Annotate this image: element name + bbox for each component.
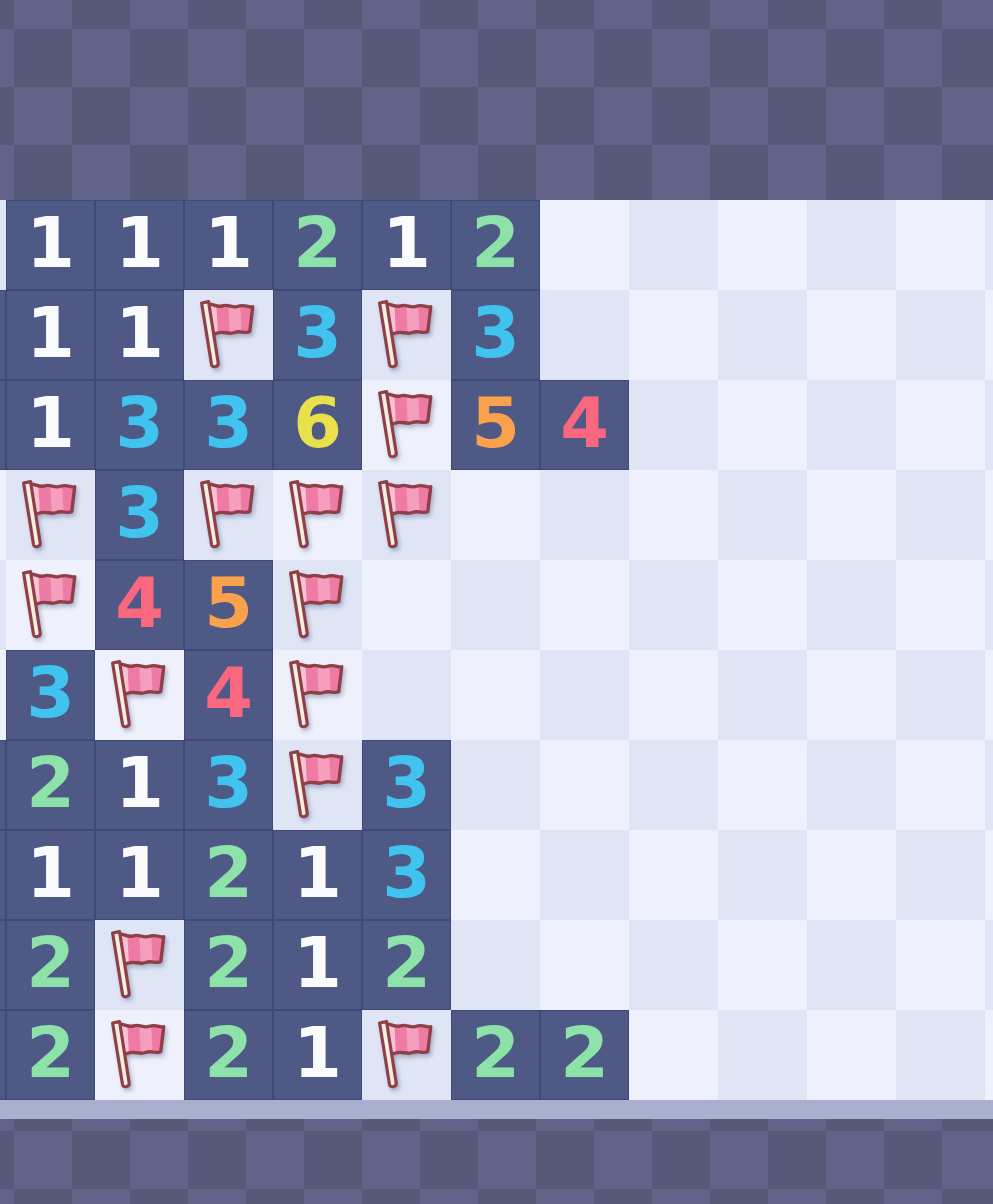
- cell-r1-c4[interactable]: 2: [273, 200, 362, 290]
- cell-count: 1: [204, 208, 253, 282]
- cell-r8-c11[interactable]: [896, 830, 985, 920]
- cell-r9-c3[interactable]: 2: [184, 920, 273, 1010]
- cell-count: 2: [204, 928, 253, 1002]
- cell-r5-c12[interactable]: [985, 560, 993, 650]
- cell-r6-c10[interactable]: [807, 650, 896, 740]
- cell-r4-c10[interactable]: [807, 470, 896, 560]
- cell-r4-c4[interactable]: [273, 470, 362, 560]
- cell-r3-c11[interactable]: [896, 380, 985, 470]
- cell-r8-c4[interactable]: 1: [273, 830, 362, 920]
- cell-r10-c5[interactable]: [362, 1010, 451, 1100]
- board: 111212113313365434534213311213221222122: [0, 200, 993, 1100]
- cell-count: 1: [115, 838, 164, 912]
- cell-count: 1: [293, 1018, 342, 1092]
- flag-icon: [6, 560, 95, 650]
- cell-r1-c6[interactable]: 2: [451, 200, 540, 290]
- cell-r10-c6[interactable]: 2: [451, 1010, 540, 1100]
- cell-r2-c7[interactable]: [540, 290, 629, 380]
- cell-r10-c12[interactable]: [985, 1010, 993, 1100]
- cell-count: 1: [26, 298, 75, 372]
- cell-r3-c3[interactable]: 3: [184, 380, 273, 470]
- cell-r8-c2[interactable]: 1: [95, 830, 184, 920]
- cell-count: 2: [471, 1018, 520, 1092]
- cell-r2-c5[interactable]: [362, 290, 451, 380]
- cell-r6-c6[interactable]: [451, 650, 540, 740]
- cell-r4-c1[interactable]: [6, 470, 95, 560]
- cell-r7-c3[interactable]: 3: [184, 740, 273, 830]
- flag-icon: [273, 740, 362, 830]
- cell-r2-c6[interactable]: 3: [451, 290, 540, 380]
- cell-count: 2: [471, 208, 520, 282]
- cell-r10-c8[interactable]: [629, 1010, 718, 1100]
- flag-icon: [95, 1010, 184, 1100]
- cell-r5-c9[interactable]: [718, 560, 807, 650]
- cell-r6-c1[interactable]: 3: [6, 650, 95, 740]
- cell-r9-c1[interactable]: 2: [6, 920, 95, 1010]
- cell-count: 5: [471, 388, 520, 462]
- cell-r7-c4[interactable]: [273, 740, 362, 830]
- cell-r4-c6[interactable]: [451, 470, 540, 560]
- cell-r6-c7[interactable]: [540, 650, 629, 740]
- cell-r4-c11[interactable]: [896, 470, 985, 560]
- cell-r10-c11[interactable]: [896, 1010, 985, 1100]
- cell-r8-c3[interactable]: 2: [184, 830, 273, 920]
- cell-count: 2: [204, 838, 253, 912]
- cell-count: 3: [115, 388, 164, 462]
- cell-count: 3: [382, 748, 431, 822]
- cell-count: 2: [293, 208, 342, 282]
- cell-r5-c5[interactable]: [362, 560, 451, 650]
- cell-r3-c7[interactable]: 4: [540, 380, 629, 470]
- cell-count: 2: [26, 748, 75, 822]
- cell-r8-c1[interactable]: 1: [6, 830, 95, 920]
- cell-r9-c4[interactable]: 1: [273, 920, 362, 1010]
- cell-r8-c9[interactable]: [718, 830, 807, 920]
- cell-r9-c7[interactable]: [540, 920, 629, 1010]
- cell-r3-c10[interactable]: [807, 380, 896, 470]
- cell-r7-c12[interactable]: [985, 740, 993, 830]
- cell-count: 3: [471, 298, 520, 372]
- cell-r2-c3[interactable]: [184, 290, 273, 380]
- cell-r7-c7[interactable]: [540, 740, 629, 830]
- flag-icon: [362, 1010, 451, 1100]
- cell-r9-c8[interactable]: [629, 920, 718, 1010]
- cell-count: 2: [204, 1018, 253, 1092]
- cell-r10-c2[interactable]: [95, 1010, 184, 1100]
- cell-r3-c5[interactable]: [362, 380, 451, 470]
- cell-r5-c1[interactable]: [6, 560, 95, 650]
- cell-count: 4: [560, 388, 609, 462]
- cell-count: 5: [204, 568, 253, 642]
- cell-count: 1: [115, 298, 164, 372]
- board-bottom-edge: [0, 1100, 993, 1119]
- cell-count: 3: [293, 298, 342, 372]
- cell-count: 2: [560, 1018, 609, 1092]
- cell-r3-c9[interactable]: [718, 380, 807, 470]
- cell-r7-c1[interactable]: 2: [6, 740, 95, 830]
- cell-r1-c9[interactable]: [718, 200, 807, 290]
- cell-r1-c1[interactable]: 1: [6, 200, 95, 290]
- flag-icon: [273, 560, 362, 650]
- cell-count: 1: [115, 748, 164, 822]
- cell-r6-c4[interactable]: [273, 650, 362, 740]
- cell-r1-c7[interactable]: [540, 200, 629, 290]
- cell-count: 4: [115, 568, 164, 642]
- cell-r10-c3[interactable]: 2: [184, 1010, 273, 1100]
- cell-r7-c8[interactable]: [629, 740, 718, 830]
- cell-count: 2: [382, 928, 431, 1002]
- cell-r9-c6[interactable]: [451, 920, 540, 1010]
- cell-count: 2: [26, 1018, 75, 1092]
- cell-r2-c12[interactable]: [985, 290, 993, 380]
- cell-count: 1: [293, 838, 342, 912]
- cell-r6-c9[interactable]: [718, 650, 807, 740]
- cell-r7-c5[interactable]: 3: [362, 740, 451, 830]
- cell-r1-c5[interactable]: 1: [362, 200, 451, 290]
- cell-r7-c10[interactable]: [807, 740, 896, 830]
- cell-r7-c6[interactable]: [451, 740, 540, 830]
- cell-r2-c4[interactable]: 3: [273, 290, 362, 380]
- cell-r1-c3[interactable]: 1: [184, 200, 273, 290]
- cell-r2-c11[interactable]: [896, 290, 985, 380]
- cell-r5-c2[interactable]: 4: [95, 560, 184, 650]
- cell-r5-c3[interactable]: 5: [184, 560, 273, 650]
- cell-r4-c9[interactable]: [718, 470, 807, 560]
- cell-r1-c10[interactable]: [807, 200, 896, 290]
- cell-r4-c12[interactable]: [985, 470, 993, 560]
- cell-r1-c11[interactable]: [896, 200, 985, 290]
- cell-count: 3: [382, 838, 431, 912]
- flag-icon: [95, 650, 184, 740]
- cell-count: 1: [26, 388, 75, 462]
- cell-r2-c2[interactable]: 1: [95, 290, 184, 380]
- flag-icon: [273, 650, 362, 740]
- cell-r6-c11[interactable]: [896, 650, 985, 740]
- cell-r6-c3[interactable]: 4: [184, 650, 273, 740]
- cell-r3-c2[interactable]: 3: [95, 380, 184, 470]
- cell-r10-c10[interactable]: [807, 1010, 896, 1100]
- cell-r7-c9[interactable]: [718, 740, 807, 830]
- flag-icon: [6, 470, 95, 560]
- cell-r5-c11[interactable]: [896, 560, 985, 650]
- cell-r3-c12[interactable]: [985, 380, 993, 470]
- cell-r10-c1[interactable]: 2: [6, 1010, 95, 1100]
- cell-r4-c8[interactable]: [629, 470, 718, 560]
- cell-r8-c7[interactable]: [540, 830, 629, 920]
- cell-r8-c8[interactable]: [629, 830, 718, 920]
- cell-count: 3: [204, 748, 253, 822]
- cell-r6-c5[interactable]: [362, 650, 451, 740]
- cell-r9-c11[interactable]: [896, 920, 985, 1010]
- cell-r3-c8[interactable]: [629, 380, 718, 470]
- flag-icon: [273, 470, 362, 560]
- cell-r2-c1[interactable]: 1: [6, 290, 95, 380]
- cell-r3-c6[interactable]: 5: [451, 380, 540, 470]
- cell-r9-c5[interactable]: 2: [362, 920, 451, 1010]
- cell-r3-c1[interactable]: 1: [6, 380, 95, 470]
- flag-icon: [362, 470, 451, 560]
- cell-count: 1: [382, 208, 431, 282]
- cell-r8-c6[interactable]: [451, 830, 540, 920]
- cell-r6-c12[interactable]: [985, 650, 993, 740]
- cell-count: 1: [26, 208, 75, 282]
- cell-r6-c8[interactable]: [629, 650, 718, 740]
- cell-count: 1: [26, 838, 75, 912]
- flag-icon: [362, 290, 451, 380]
- cell-r5-c10[interactable]: [807, 560, 896, 650]
- cell-count: 3: [26, 658, 75, 732]
- cell-r9-c2[interactable]: [95, 920, 184, 1010]
- cell-r9-c10[interactable]: [807, 920, 896, 1010]
- cell-r4-c3[interactable]: [184, 470, 273, 560]
- flag-icon: [184, 470, 273, 560]
- minesweeper-screen: { "game": "Minesweeper", "position": { "…: [0, 0, 993, 1204]
- cell-r1-c8[interactable]: [629, 200, 718, 290]
- flag-icon: [184, 290, 273, 380]
- cell-r4-c5[interactable]: [362, 470, 451, 560]
- cell-count: 1: [115, 208, 164, 282]
- cell-count: 4: [204, 658, 253, 732]
- cell-r6-c2[interactable]: [95, 650, 184, 740]
- cell-r9-c12[interactable]: [985, 920, 993, 1010]
- cell-r7-c2[interactable]: 1: [95, 740, 184, 830]
- cell-r2-c8[interactable]: [629, 290, 718, 380]
- cell-r2-c9[interactable]: [718, 290, 807, 380]
- cell-r1-c2[interactable]: 1: [95, 200, 184, 290]
- cell-count: 6: [293, 388, 342, 462]
- cell-r10-c9[interactable]: [718, 1010, 807, 1100]
- cell-r3-c4[interactable]: 6: [273, 380, 362, 470]
- flag-icon: [95, 920, 184, 1010]
- cell-r8-c5[interactable]: 3: [362, 830, 451, 920]
- cell-r2-c10[interactable]: [807, 290, 896, 380]
- cell-count: 1: [293, 928, 342, 1002]
- cell-r5-c4[interactable]: [273, 560, 362, 650]
- cell-count: 2: [26, 928, 75, 1002]
- cell-r8-c12[interactable]: [985, 830, 993, 920]
- cell-r7-c11[interactable]: [896, 740, 985, 830]
- cell-count: 3: [204, 388, 253, 462]
- cell-r1-c12[interactable]: [985, 200, 993, 290]
- cell-count: 3: [115, 478, 164, 552]
- cell-r5-c7[interactable]: [540, 560, 629, 650]
- flag-icon: [362, 380, 451, 470]
- cell-r8-c10[interactable]: [807, 830, 896, 920]
- cell-r9-c9[interactable]: [718, 920, 807, 1010]
- cell-r5-c8[interactable]: [629, 560, 718, 650]
- cell-r10-c7[interactable]: 2: [540, 1010, 629, 1100]
- cell-r10-c4[interactable]: 1: [273, 1010, 362, 1100]
- cell-r5-c6[interactable]: [451, 560, 540, 650]
- cell-r4-c7[interactable]: [540, 470, 629, 560]
- cell-r4-c2[interactable]: 3: [95, 470, 184, 560]
